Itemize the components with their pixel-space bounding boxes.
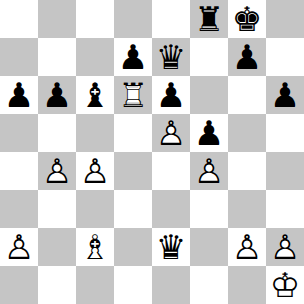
square-d5[interactable] (114, 114, 152, 152)
square-f2[interactable] (190, 228, 228, 266)
square-d8[interactable] (114, 0, 152, 38)
square-c5[interactable] (76, 114, 114, 152)
square-g6[interactable] (228, 76, 266, 114)
square-d7[interactable]: ♙♟ (114, 38, 152, 76)
white-pawn[interactable]: ♙ (232, 230, 262, 264)
square-b1[interactable] (38, 266, 76, 304)
square-g7[interactable]: ♙♟ (228, 38, 266, 76)
square-d3[interactable] (114, 190, 152, 228)
square-e2[interactable]: ♕♛ (152, 228, 190, 266)
square-a8[interactable] (0, 0, 38, 38)
square-c1[interactable] (76, 266, 114, 304)
square-a3[interactable] (0, 190, 38, 228)
square-g1[interactable] (228, 266, 266, 304)
square-d2[interactable] (114, 228, 152, 266)
black-queen[interactable]: ♛ (156, 230, 186, 264)
square-h5[interactable] (266, 114, 304, 152)
square-b4[interactable]: ♟♙ (38, 152, 76, 190)
white-king[interactable]: ♔ (270, 268, 300, 302)
white-rook[interactable]: ♖ (118, 78, 148, 112)
square-b5[interactable] (38, 114, 76, 152)
square-b8[interactable] (38, 0, 76, 38)
square-e8[interactable] (152, 0, 190, 38)
square-c8[interactable] (76, 0, 114, 38)
black-pawn[interactable]: ♟ (42, 78, 72, 112)
square-d6[interactable]: ♜♖ (114, 76, 152, 114)
square-g4[interactable] (228, 152, 266, 190)
square-f7[interactable] (190, 38, 228, 76)
square-h8[interactable] (266, 0, 304, 38)
white-bishop[interactable]: ♗ (80, 230, 110, 264)
square-b6[interactable]: ♙♟ (38, 76, 76, 114)
square-e3[interactable] (152, 190, 190, 228)
white-pawn[interactable]: ♙ (4, 230, 34, 264)
square-g3[interactable] (228, 190, 266, 228)
square-c4[interactable]: ♟♙ (76, 152, 114, 190)
white-pawn[interactable]: ♙ (270, 230, 300, 264)
square-c6[interactable]: ♗♝ (76, 76, 114, 114)
square-e1[interactable] (152, 266, 190, 304)
black-pawn[interactable]: ♟ (118, 40, 148, 74)
black-pawn[interactable]: ♟ (4, 78, 34, 112)
black-pawn[interactable]: ♟ (194, 116, 224, 150)
square-a5[interactable] (0, 114, 38, 152)
square-a2[interactable]: ♟♙ (0, 228, 38, 266)
black-bishop[interactable]: ♝ (80, 78, 110, 112)
square-e5[interactable]: ♟♙ (152, 114, 190, 152)
square-g8[interactable]: ♔♚ (228, 0, 266, 38)
square-e4[interactable] (152, 152, 190, 190)
square-a1[interactable] (0, 266, 38, 304)
black-pawn[interactable]: ♟ (156, 78, 186, 112)
white-pawn[interactable]: ♙ (42, 154, 72, 188)
square-b3[interactable] (38, 190, 76, 228)
square-a6[interactable]: ♙♟ (0, 76, 38, 114)
square-g2[interactable]: ♟♙ (228, 228, 266, 266)
black-king[interactable]: ♚ (232, 2, 262, 36)
black-pawn[interactable]: ♟ (270, 78, 300, 112)
square-f3[interactable] (190, 190, 228, 228)
square-f5[interactable]: ♙♟ (190, 114, 228, 152)
square-e7[interactable]: ♕♛ (152, 38, 190, 76)
square-f4[interactable]: ♟♙ (190, 152, 228, 190)
square-b2[interactable] (38, 228, 76, 266)
square-h7[interactable] (266, 38, 304, 76)
square-h2[interactable]: ♟♙ (266, 228, 304, 266)
square-h1[interactable]: ♚♔ (266, 266, 304, 304)
black-queen[interactable]: ♛ (156, 40, 186, 74)
square-f8[interactable]: ♖♜ (190, 0, 228, 38)
white-pawn[interactable]: ♙ (80, 154, 110, 188)
chess-board: ♖♜♔♚♙♟♕♛♙♟♙♟♙♟♗♝♜♖♙♟♙♟♟♙♙♟♟♙♟♙♟♙♟♙♝♗♕♛♟♙… (0, 0, 304, 304)
square-c3[interactable] (76, 190, 114, 228)
square-c7[interactable] (76, 38, 114, 76)
black-rook[interactable]: ♜ (194, 2, 224, 36)
square-a4[interactable] (0, 152, 38, 190)
square-h3[interactable] (266, 190, 304, 228)
square-d1[interactable] (114, 266, 152, 304)
square-h6[interactable]: ♙♟ (266, 76, 304, 114)
square-d4[interactable] (114, 152, 152, 190)
square-g5[interactable] (228, 114, 266, 152)
white-pawn[interactable]: ♙ (156, 116, 186, 150)
square-a7[interactable] (0, 38, 38, 76)
square-c2[interactable]: ♝♗ (76, 228, 114, 266)
square-e6[interactable]: ♙♟ (152, 76, 190, 114)
square-h4[interactable] (266, 152, 304, 190)
square-f1[interactable] (190, 266, 228, 304)
white-pawn[interactable]: ♙ (194, 154, 224, 188)
square-b7[interactable] (38, 38, 76, 76)
square-f6[interactable] (190, 76, 228, 114)
black-pawn[interactable]: ♟ (232, 40, 262, 74)
